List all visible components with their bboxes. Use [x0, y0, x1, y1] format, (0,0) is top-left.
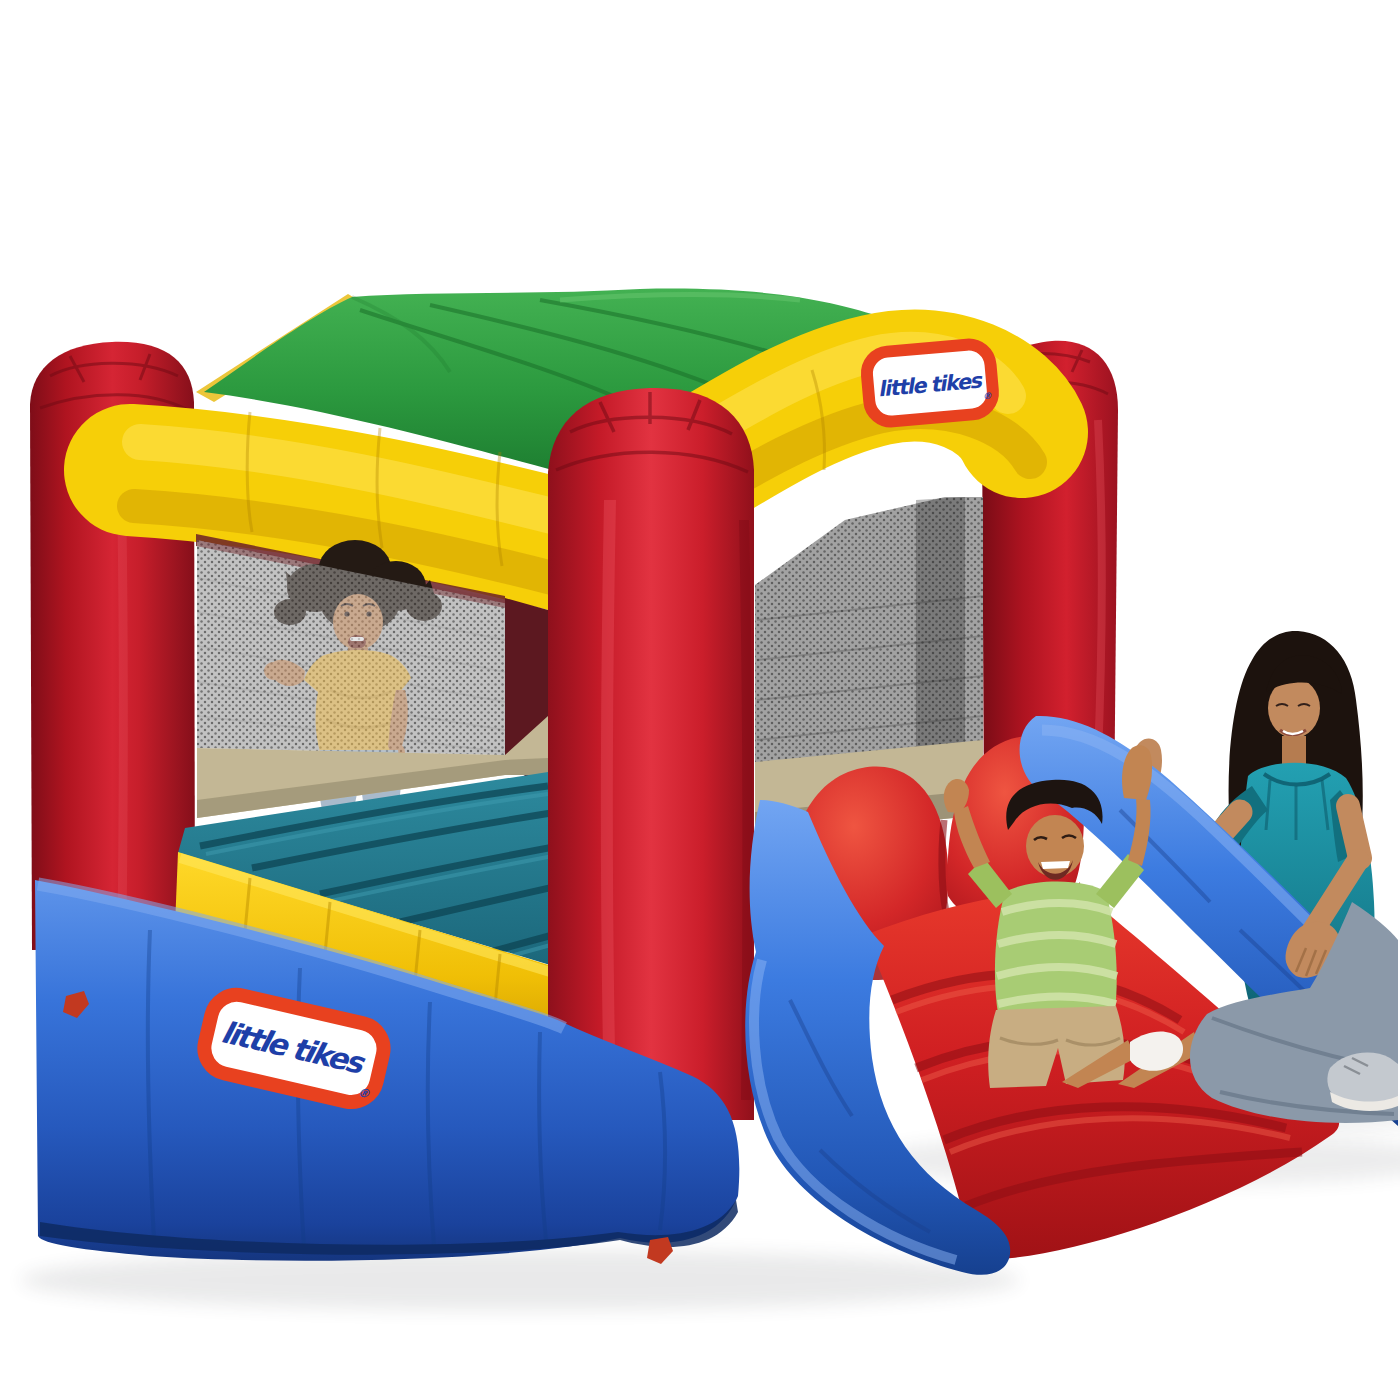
roof-logo-badge: little tikes ® [865, 343, 995, 424]
column-front-right-highlight [607, 500, 610, 1100]
column-front-right-body [548, 388, 754, 1120]
column-front-right [548, 388, 754, 1120]
bounce-house-scene: little tikes ® [0, 0, 1400, 1400]
shadow-under-base [20, 1250, 1020, 1310]
roof-logo-registered-mark: ® [982, 391, 992, 402]
woman-neck [1282, 736, 1306, 764]
product-photo: little tikes ® [0, 0, 1400, 1400]
